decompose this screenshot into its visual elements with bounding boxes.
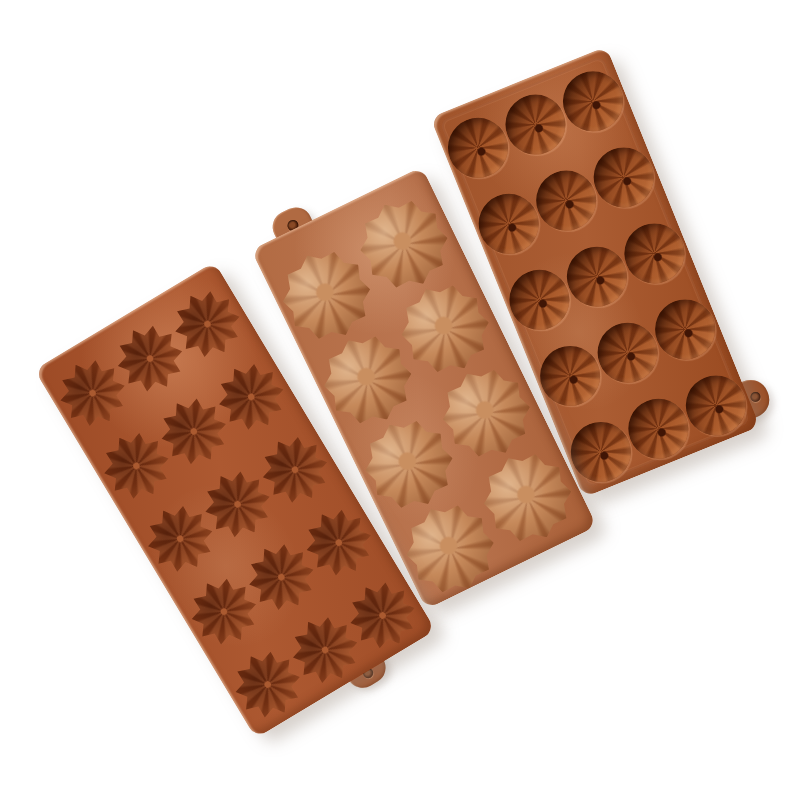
product-photo-scene [0,0,800,800]
